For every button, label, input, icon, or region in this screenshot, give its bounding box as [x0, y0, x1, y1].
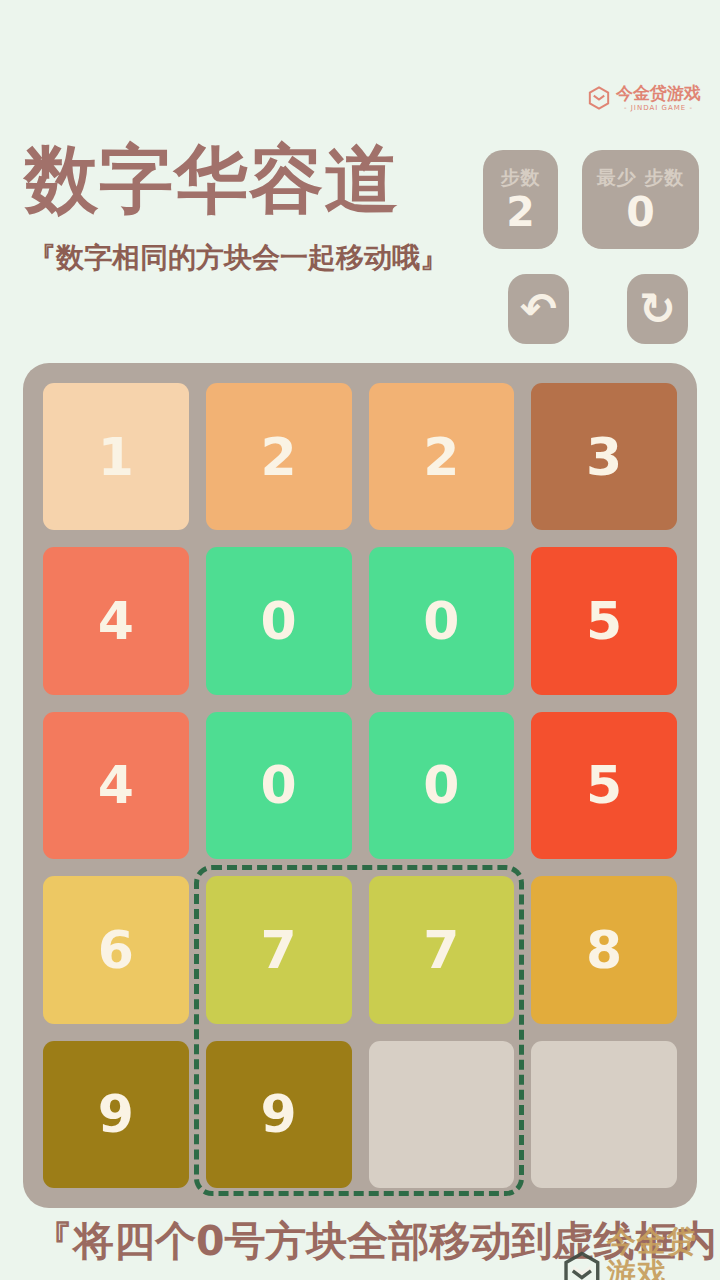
watermark-text: 今金贷游戏 — [607, 1226, 720, 1280]
tile-0-r2c2[interactable]: 0 — [206, 547, 352, 694]
undo-icon: ↶ — [520, 287, 557, 331]
tile-5-r2c4[interactable]: 5 — [531, 547, 677, 694]
tile-2-r1c3[interactable]: 2 — [369, 383, 515, 530]
tile-2-r1c2[interactable]: 2 — [206, 383, 352, 530]
restart-button[interactable]: ↻ — [627, 274, 688, 344]
tile-9-r5c1[interactable]: 9 — [43, 1041, 189, 1188]
board-grid: 122340054005677899 — [43, 383, 677, 1188]
tile-0-r3c2[interactable]: 0 — [206, 712, 352, 859]
tile-1-r1c1[interactable]: 1 — [43, 383, 189, 530]
watermark-bottom: 今金贷游戏 - JINDAI GAME - — [563, 1226, 720, 1280]
tile-4-r2c1[interactable]: 4 — [43, 547, 189, 694]
page-subtitle: 『数字相同的方块会一起移动哦』 — [28, 242, 448, 274]
min-steps-value: 0 — [626, 192, 655, 233]
empty-cell-r5c4 — [531, 1041, 677, 1188]
undo-button[interactable]: ↶ — [508, 274, 569, 344]
tile-0-r2c3[interactable]: 0 — [369, 547, 515, 694]
tile-8-r4c4[interactable]: 8 — [531, 876, 677, 1023]
tile-0-r3c3[interactable]: 0 — [369, 712, 515, 859]
watermark-subtext: - JINDAI GAME - — [624, 104, 693, 112]
steps-value: 2 — [506, 192, 535, 233]
min-steps-counter: 最少 步数 0 — [582, 150, 699, 249]
watermark-top: 今金贷游戏 - JINDAI GAME - — [588, 84, 701, 112]
watermark-text: 今金贷游戏 — [616, 84, 701, 103]
page-title: 数字华容道 — [24, 142, 399, 216]
hexagon-logo-icon — [588, 86, 610, 110]
tile-4-r3c1[interactable]: 4 — [43, 712, 189, 859]
puzzle-board: 122340054005677899 — [23, 363, 697, 1208]
tile-6-r4c1[interactable]: 6 — [43, 876, 189, 1023]
tile-7-r4c3[interactable]: 7 — [369, 876, 515, 1023]
empty-cell-r5c3 — [369, 1041, 515, 1188]
steps-counter: 步数 2 — [483, 150, 558, 249]
tile-5-r3c4[interactable]: 5 — [531, 712, 677, 859]
tile-3-r1c4[interactable]: 3 — [531, 383, 677, 530]
tile-9-r5c2[interactable]: 9 — [206, 1041, 352, 1188]
hexagon-logo-icon — [563, 1246, 601, 1280]
restart-icon: ↻ — [639, 287, 676, 331]
tile-7-r4c2[interactable]: 7 — [206, 876, 352, 1023]
